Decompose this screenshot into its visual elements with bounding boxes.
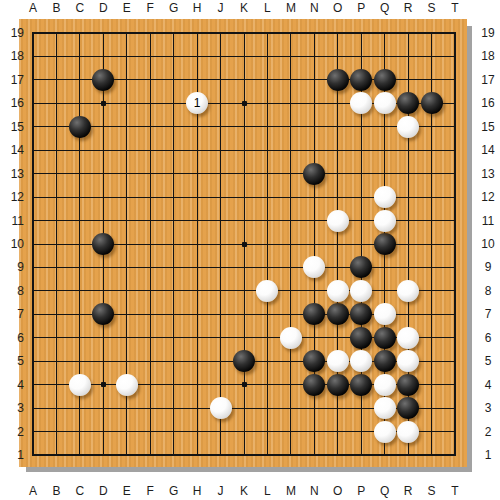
grid-line-vertical <box>454 32 456 456</box>
star-point <box>242 382 247 387</box>
white-stone-R5 <box>397 350 419 372</box>
row-label-left-15: 15 <box>0 120 24 134</box>
col-label-bottom-K: K <box>233 484 255 498</box>
row-label-left-12: 12 <box>0 190 24 204</box>
col-label-bottom-J: J <box>210 484 232 498</box>
col-label-top-M: M <box>280 1 302 15</box>
white-stone-L8 <box>256 280 278 302</box>
star-point <box>101 382 106 387</box>
grid-line-vertical <box>267 32 268 456</box>
row-label-left-17: 17 <box>0 73 24 87</box>
col-label-top-G: G <box>163 1 185 15</box>
col-label-top-J: J <box>210 1 232 15</box>
row-label-right-18: 18 <box>476 49 500 63</box>
white-stone-R8 <box>397 280 419 302</box>
row-label-left-11: 11 <box>0 214 24 228</box>
col-label-top-B: B <box>45 1 67 15</box>
black-stone-N4 <box>303 374 325 396</box>
col-label-bottom-N: N <box>303 484 325 498</box>
col-label-bottom-E: E <box>116 484 138 498</box>
col-label-bottom-M: M <box>280 484 302 498</box>
black-stone-Q10 <box>374 233 396 255</box>
grid-line-horizontal <box>32 454 456 456</box>
col-label-bottom-F: F <box>139 484 161 498</box>
row-label-right-5: 5 <box>476 354 500 368</box>
black-stone-N7 <box>303 303 325 325</box>
col-label-bottom-B: B <box>45 484 67 498</box>
col-label-top-R: R <box>397 1 419 15</box>
star-point <box>242 242 247 247</box>
black-stone-D17 <box>92 69 114 91</box>
col-label-bottom-L: L <box>256 484 278 498</box>
black-stone-N13 <box>303 163 325 185</box>
black-stone-K5 <box>233 350 255 372</box>
col-label-top-A: A <box>22 1 44 15</box>
white-stone-R2 <box>397 421 419 443</box>
white-stone-R15 <box>397 116 419 138</box>
row-label-left-18: 18 <box>0 49 24 63</box>
black-stone-Q17 <box>374 69 396 91</box>
col-label-top-E: E <box>116 1 138 15</box>
col-label-bottom-A: A <box>22 484 44 498</box>
move-number-label: 1 <box>194 97 201 109</box>
row-label-left-7: 7 <box>0 307 24 321</box>
white-stone-E4 <box>116 374 138 396</box>
row-label-right-19: 19 <box>476 26 500 40</box>
col-label-top-Q: Q <box>374 1 396 15</box>
white-stone-Q12 <box>374 186 396 208</box>
row-label-right-15: 15 <box>476 120 500 134</box>
star-point <box>242 101 247 106</box>
white-stone-O8 <box>327 280 349 302</box>
col-label-bottom-P: P <box>350 484 372 498</box>
col-label-top-H: H <box>186 1 208 15</box>
black-stone-P17 <box>350 69 372 91</box>
col-label-top-C: C <box>69 1 91 15</box>
col-label-top-K: K <box>233 1 255 15</box>
black-stone-N5 <box>303 350 325 372</box>
row-label-left-6: 6 <box>0 331 24 345</box>
white-stone-N9 <box>303 256 325 278</box>
black-stone-P7 <box>350 303 372 325</box>
col-label-top-P: P <box>350 1 372 15</box>
black-stone-D10 <box>92 233 114 255</box>
col-label-bottom-C: C <box>69 484 91 498</box>
row-label-right-13: 13 <box>476 167 500 181</box>
black-stone-Q6 <box>374 327 396 349</box>
white-stone-C4 <box>69 374 91 396</box>
black-stone-P4 <box>350 374 372 396</box>
row-label-left-16: 16 <box>0 96 24 110</box>
white-stone-Q16 <box>374 92 396 114</box>
row-label-left-10: 10 <box>0 237 24 251</box>
white-stone-R6 <box>397 327 419 349</box>
go-board[interactable]: 1 <box>19 19 467 467</box>
col-label-bottom-D: D <box>92 484 114 498</box>
white-stone-Q11 <box>374 210 396 232</box>
white-stone-J3 <box>210 397 232 419</box>
row-label-right-7: 7 <box>476 307 500 321</box>
white-stone-O11 <box>327 210 349 232</box>
row-label-right-11: 11 <box>476 214 500 228</box>
col-label-top-T: T <box>444 1 466 15</box>
row-label-left-4: 4 <box>0 378 24 392</box>
row-label-right-4: 4 <box>476 378 500 392</box>
white-stone-Q4 <box>374 374 396 396</box>
grid-line-vertical <box>290 32 291 456</box>
black-stone-C15 <box>69 116 91 138</box>
col-label-top-S: S <box>421 1 443 15</box>
row-label-left-19: 19 <box>0 26 24 40</box>
row-label-left-8: 8 <box>0 284 24 298</box>
grid-line-horizontal <box>32 290 456 291</box>
row-label-right-10: 10 <box>476 237 500 251</box>
row-label-right-16: 16 <box>476 96 500 110</box>
row-label-left-2: 2 <box>0 425 24 439</box>
row-label-right-17: 17 <box>476 73 500 87</box>
white-stone-M6 <box>280 327 302 349</box>
black-stone-R16 <box>397 92 419 114</box>
row-label-right-6: 6 <box>476 331 500 345</box>
row-label-left-13: 13 <box>0 167 24 181</box>
row-label-right-8: 8 <box>476 284 500 298</box>
col-label-top-L: L <box>256 1 278 15</box>
black-stone-O7 <box>327 303 349 325</box>
black-stone-P9 <box>350 256 372 278</box>
white-stone-Q3 <box>374 397 396 419</box>
white-stone-H16: 1 <box>186 92 208 114</box>
col-label-top-F: F <box>139 1 161 15</box>
row-label-right-1: 1 <box>476 448 500 462</box>
black-stone-D7 <box>92 303 114 325</box>
col-label-bottom-G: G <box>163 484 185 498</box>
col-label-top-O: O <box>327 1 349 15</box>
white-stone-P16 <box>350 92 372 114</box>
col-label-bottom-R: R <box>397 484 419 498</box>
col-label-bottom-Q: Q <box>374 484 396 498</box>
col-label-bottom-H: H <box>186 484 208 498</box>
row-label-left-3: 3 <box>0 401 24 415</box>
col-label-bottom-S: S <box>421 484 443 498</box>
col-label-bottom-T: T <box>444 484 466 498</box>
white-stone-Q7 <box>374 303 396 325</box>
row-label-left-5: 5 <box>0 354 24 368</box>
row-label-left-14: 14 <box>0 143 24 157</box>
white-stone-P5 <box>350 350 372 372</box>
row-label-left-1: 1 <box>0 448 24 462</box>
white-stone-Q2 <box>374 421 396 443</box>
col-label-bottom-O: O <box>327 484 349 498</box>
black-stone-R3 <box>397 397 419 419</box>
row-label-left-9: 9 <box>0 260 24 274</box>
grid-line-horizontal <box>32 267 456 268</box>
black-stone-O17 <box>327 69 349 91</box>
black-stone-P6 <box>350 327 372 349</box>
row-label-right-12: 12 <box>476 190 500 204</box>
row-label-right-9: 9 <box>476 260 500 274</box>
star-point <box>101 101 106 106</box>
black-stone-R4 <box>397 374 419 396</box>
black-stone-Q5 <box>374 350 396 372</box>
row-label-right-14: 14 <box>476 143 500 157</box>
black-stone-S16 <box>421 92 443 114</box>
col-label-top-D: D <box>92 1 114 15</box>
black-stone-O4 <box>327 374 349 396</box>
row-label-right-3: 3 <box>476 401 500 415</box>
white-stone-P8 <box>350 280 372 302</box>
col-label-top-N: N <box>303 1 325 15</box>
white-stone-O5 <box>327 350 349 372</box>
go-game-screenshot: 1 AABBCCDDEEFFGGHHJJKKLLMMNNOOPPQQRRSSTT… <box>0 0 500 500</box>
row-label-right-2: 2 <box>476 425 500 439</box>
